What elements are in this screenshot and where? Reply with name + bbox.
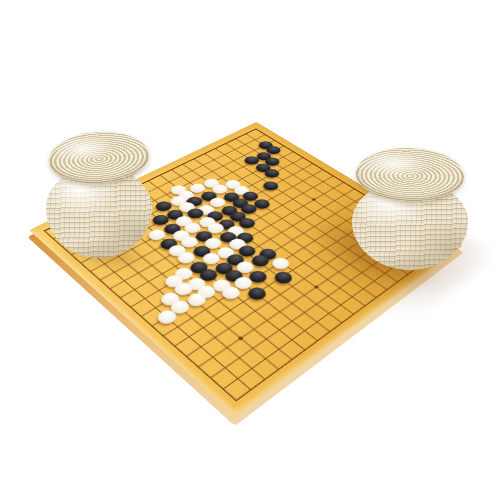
stone-black: [157, 236, 180, 251]
scene: [0, 0, 500, 491]
star-point: [311, 198, 316, 201]
stone-white: [162, 273, 186, 290]
stone-white: [178, 235, 201, 250]
stone-white: [171, 266, 195, 282]
stone-black: [190, 244, 213, 259]
stone-white: [184, 276, 208, 293]
stone-black: [260, 179, 281, 191]
stone-black: [248, 253, 271, 269]
stone-white: [154, 308, 180, 327]
left-stone-bowl: [46, 132, 152, 258]
stone-white: [233, 259, 257, 275]
star-point: [313, 285, 319, 289]
stone-white: [193, 283, 218, 300]
stone-white: [226, 237, 249, 252]
star-point: [237, 335, 244, 340]
stone-black: [245, 285, 270, 302]
stone-white: [270, 256, 293, 272]
stone-white: [219, 284, 244, 301]
stone-black: [212, 261, 236, 277]
right-stone-bowl: [352, 148, 468, 270]
stone-black: [246, 269, 270, 285]
stone-white: [158, 290, 183, 308]
stone-white: [209, 277, 233, 294]
stone-white: [175, 250, 199, 266]
stone-black: [221, 268, 245, 284]
stone-black: [271, 270, 295, 286]
stone-white: [184, 291, 209, 309]
stone-white: [171, 280, 196, 297]
star-point: [170, 280, 176, 284]
stone-white: [199, 251, 222, 267]
stone-white: [214, 245, 237, 260]
stone-black: [235, 244, 258, 259]
stone-black: [196, 267, 220, 283]
stone-white: [167, 298, 192, 316]
stone-white: [231, 275, 255, 292]
stone-white: [166, 243, 189, 258]
stone-white: [202, 236, 225, 251]
stone-black: [224, 252, 247, 268]
stone-black: [256, 246, 279, 261]
stone-black: [187, 260, 211, 276]
